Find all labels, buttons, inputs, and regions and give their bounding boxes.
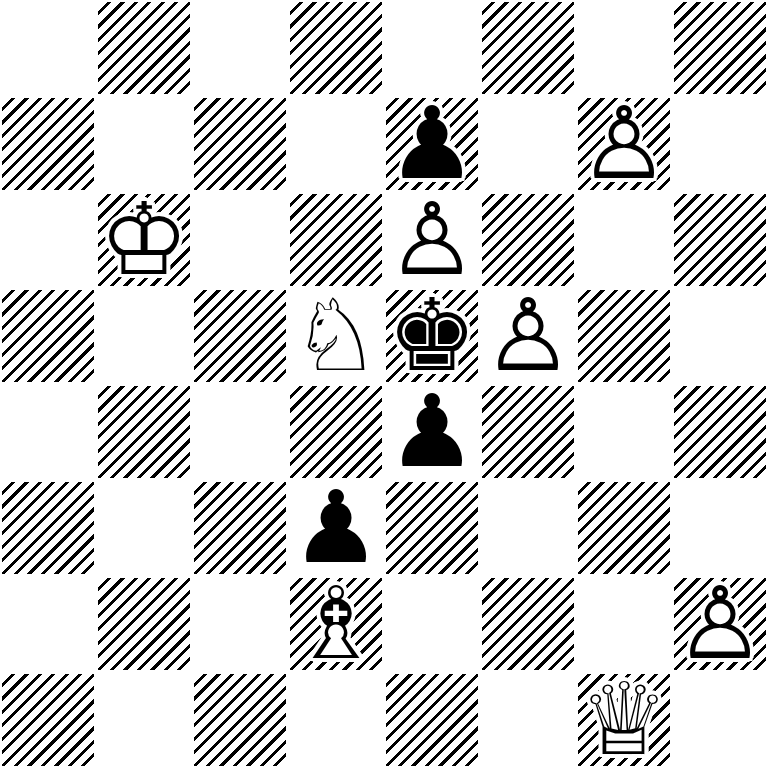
- white-queen[interactable]: ♛♕: [576, 672, 672, 768]
- square-c8[interactable]: [192, 0, 288, 96]
- black-pawn-glyph: ♟: [384, 96, 480, 192]
- square-f2[interactable]: [480, 576, 576, 672]
- black-king-glyph: ♚: [384, 288, 480, 384]
- square-g3[interactable]: [576, 480, 672, 576]
- square-h3[interactable]: [672, 480, 768, 576]
- black-pawn[interactable]: ♟♟: [384, 384, 480, 480]
- square-a8[interactable]: [0, 0, 96, 96]
- square-c3[interactable]: [192, 480, 288, 576]
- square-f6[interactable]: [480, 192, 576, 288]
- square-b1[interactable]: [96, 672, 192, 768]
- square-b6[interactable]: ♚♔: [96, 192, 192, 288]
- black-pawn[interactable]: ♟♟: [384, 96, 480, 192]
- white-pawn[interactable]: ♟♙: [480, 288, 576, 384]
- square-d2[interactable]: ♝♗: [288, 576, 384, 672]
- white-queen-glyph: ♕: [576, 672, 672, 768]
- square-h6[interactable]: [672, 192, 768, 288]
- square-e5[interactable]: ♚♚: [384, 288, 480, 384]
- white-pawn-glyph: ♙: [576, 96, 672, 192]
- square-g1[interactable]: ♛♕: [576, 672, 672, 768]
- white-pawn[interactable]: ♟♙: [672, 576, 768, 672]
- white-pawn-glyph: ♙: [480, 288, 576, 384]
- square-f7[interactable]: [480, 96, 576, 192]
- white-pawn-glyph: ♙: [384, 192, 480, 288]
- square-f4[interactable]: [480, 384, 576, 480]
- square-c4[interactable]: [192, 384, 288, 480]
- square-a2[interactable]: [0, 576, 96, 672]
- square-g7[interactable]: ♟♙: [576, 96, 672, 192]
- square-b4[interactable]: [96, 384, 192, 480]
- square-e1[interactable]: [384, 672, 480, 768]
- square-f1[interactable]: [480, 672, 576, 768]
- chess-board: ♟♟♟♙♚♔♟♙♞♘♚♚♟♙♟♟♟♟♝♗♟♙♛♕: [0, 0, 768, 768]
- square-b5[interactable]: [96, 288, 192, 384]
- black-king[interactable]: ♚♚: [384, 288, 480, 384]
- square-h4[interactable]: [672, 384, 768, 480]
- white-pawn[interactable]: ♟♙: [576, 96, 672, 192]
- square-g4[interactable]: [576, 384, 672, 480]
- square-f5[interactable]: ♟♙: [480, 288, 576, 384]
- square-a4[interactable]: [0, 384, 96, 480]
- square-c2[interactable]: [192, 576, 288, 672]
- square-e2[interactable]: [384, 576, 480, 672]
- white-pawn-glyph: ♙: [672, 576, 768, 672]
- square-e4[interactable]: ♟♟: [384, 384, 480, 480]
- square-h2[interactable]: ♟♙: [672, 576, 768, 672]
- white-bishop[interactable]: ♝♗: [288, 576, 384, 672]
- square-d7[interactable]: [288, 96, 384, 192]
- square-d4[interactable]: [288, 384, 384, 480]
- white-bishop-glyph: ♗: [288, 576, 384, 672]
- square-e3[interactable]: [384, 480, 480, 576]
- white-king-glyph: ♔: [96, 192, 192, 288]
- square-b3[interactable]: [96, 480, 192, 576]
- square-h5[interactable]: [672, 288, 768, 384]
- square-a6[interactable]: [0, 192, 96, 288]
- square-a7[interactable]: [0, 96, 96, 192]
- square-c1[interactable]: [192, 672, 288, 768]
- black-pawn-glyph: ♟: [384, 384, 480, 480]
- square-g6[interactable]: [576, 192, 672, 288]
- square-h7[interactable]: [672, 96, 768, 192]
- square-f8[interactable]: [480, 0, 576, 96]
- black-pawn-glyph: ♟: [288, 480, 384, 576]
- square-g5[interactable]: [576, 288, 672, 384]
- white-knight-glyph: ♘: [288, 288, 384, 384]
- square-c7[interactable]: [192, 96, 288, 192]
- square-c5[interactable]: [192, 288, 288, 384]
- square-c6[interactable]: [192, 192, 288, 288]
- white-king[interactable]: ♚♔: [96, 192, 192, 288]
- square-b2[interactable]: [96, 576, 192, 672]
- square-b8[interactable]: [96, 0, 192, 96]
- white-pawn[interactable]: ♟♙: [384, 192, 480, 288]
- square-d5[interactable]: ♞♘: [288, 288, 384, 384]
- square-e6[interactable]: ♟♙: [384, 192, 480, 288]
- square-d6[interactable]: [288, 192, 384, 288]
- square-h1[interactable]: [672, 672, 768, 768]
- square-b7[interactable]: [96, 96, 192, 192]
- square-a3[interactable]: [0, 480, 96, 576]
- square-d1[interactable]: [288, 672, 384, 768]
- square-g2[interactable]: [576, 576, 672, 672]
- square-e7[interactable]: ♟♟: [384, 96, 480, 192]
- white-knight[interactable]: ♞♘: [288, 288, 384, 384]
- square-a5[interactable]: [0, 288, 96, 384]
- square-a1[interactable]: [0, 672, 96, 768]
- square-f3[interactable]: [480, 480, 576, 576]
- square-d8[interactable]: [288, 0, 384, 96]
- square-d3[interactable]: ♟♟: [288, 480, 384, 576]
- square-h8[interactable]: [672, 0, 768, 96]
- square-e8[interactable]: [384, 0, 480, 96]
- black-pawn[interactable]: ♟♟: [288, 480, 384, 576]
- square-g8[interactable]: [576, 0, 672, 96]
